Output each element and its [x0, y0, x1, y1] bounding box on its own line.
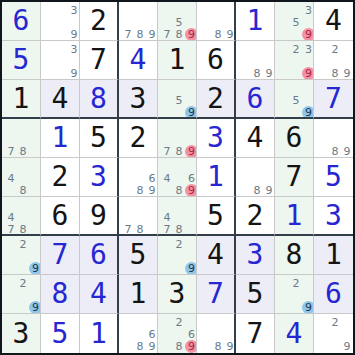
cell-r9c9[interactable]: 29: [314, 314, 353, 353]
candidate-empty: [173, 133, 185, 145]
cell-r2c5[interactable]: 1: [158, 41, 197, 80]
cell-r4c6[interactable]: 3: [197, 119, 236, 158]
cell-r8c8[interactable]: 29: [275, 275, 314, 314]
candidate-empty: [5, 199, 17, 211]
candidate-5[interactable]: 5: [173, 16, 185, 28]
candidate-empty: [17, 302, 29, 314]
cell-r2c1[interactable]: 5: [2, 41, 41, 80]
candidate-grid: 29: [2, 275, 40, 313]
candidate-9[interactable]: 9: [302, 301, 314, 314]
candidate-8[interactable]: 8: [173, 146, 185, 158]
candidate-2[interactable]: 2: [17, 277, 29, 289]
candidate-9[interactable]: 9: [29, 301, 41, 314]
candidate-9[interactable]: 9: [302, 106, 314, 119]
candidate-grid: 89: [197, 314, 234, 353]
candidate-empty: [278, 302, 290, 314]
candidate-empty: [173, 172, 185, 184]
candidate-2[interactable]: 2: [290, 43, 302, 55]
candidate-empty: [200, 4, 212, 16]
cell-r7c4[interactable]: 5: [119, 236, 158, 275]
candidate-9[interactable]: 9: [68, 67, 80, 79]
candidate-empty: [122, 16, 134, 28]
candidate-6[interactable]: 6: [186, 328, 198, 340]
cell-r7c2[interactable]: 7: [41, 236, 80, 275]
candidate-4[interactable]: 4: [161, 172, 173, 184]
solved-digit: 7: [207, 280, 224, 308]
candidate-empty: [185, 199, 197, 211]
candidate-4[interactable]: 4: [161, 211, 173, 223]
candidate-grid: 59: [158, 80, 196, 117]
candidate-8[interactable]: 8: [173, 29, 185, 41]
candidate-9[interactable]: 9: [146, 184, 158, 196]
candidate-empty: [122, 199, 134, 211]
candidate-2[interactable]: 2: [329, 43, 341, 55]
candidate-9[interactable]: 9: [68, 28, 80, 40]
cell-r1c2[interactable]: 39: [41, 2, 80, 41]
given-digit: 8: [286, 241, 303, 269]
cell-r8c3[interactable]: 4: [80, 275, 119, 314]
candidate-grid: 789: [158, 119, 196, 157]
given-digit: 5: [130, 241, 147, 269]
given-digit: 4: [207, 241, 224, 269]
cell-r7c5[interactable]: 29: [158, 236, 197, 275]
candidate-empty: [341, 121, 353, 133]
candidate-9[interactable]: 9: [185, 184, 197, 197]
candidate-grid: 239: [275, 41, 313, 79]
candidate-empty: [122, 172, 134, 184]
candidate-empty: [290, 302, 302, 314]
cell-r4c8[interactable]: 6: [275, 119, 314, 158]
candidate-empty: [17, 250, 29, 262]
cell-r2c9[interactable]: 289: [314, 41, 353, 80]
candidate-8[interactable]: 8: [17, 184, 29, 196]
cell-r8c2[interactable]: 8: [41, 275, 80, 314]
cell-r7c3[interactable]: 6: [80, 236, 119, 275]
candidate-grid: 478: [158, 197, 196, 234]
cell-r6c3[interactable]: 9: [80, 197, 119, 236]
solved-digit: 7: [52, 241, 69, 269]
candidate-7[interactable]: 7: [161, 29, 173, 41]
candidate-empty: [278, 82, 290, 94]
candidate-7[interactable]: 7: [5, 223, 17, 235]
candidate-empty: [29, 223, 41, 235]
candidate-2[interactable]: 2: [290, 277, 302, 289]
candidate-5[interactable]: 5: [290, 16, 302, 28]
candidate-grid: 39: [41, 2, 79, 40]
candidate-empty: [29, 145, 41, 157]
cell-r4c4[interactable]: 2: [119, 119, 158, 158]
candidate-empty: [290, 82, 302, 94]
candidate-empty: [317, 67, 329, 79]
candidate-empty: [44, 16, 56, 28]
given-digit: 1: [169, 46, 186, 74]
candidate-empty: [200, 16, 212, 28]
cell-r5c1[interactable]: 48: [2, 158, 41, 197]
candidate-empty: [122, 340, 134, 352]
candidate-empty: [317, 43, 329, 55]
sudoku-board: 6392789578989135945397416892392891483592…: [0, 0, 355, 355]
cell-r6c7[interactable]: 2: [236, 197, 275, 236]
cell-r7c8[interactable]: 8: [275, 236, 314, 275]
cell-r1c3[interactable]: 2: [80, 2, 119, 41]
candidate-8[interactable]: 8: [173, 341, 185, 353]
candidate-empty: [17, 121, 29, 133]
candidate-empty: [239, 160, 251, 172]
cell-r6c6[interactable]: 5: [197, 197, 236, 236]
candidate-empty: [161, 238, 173, 250]
candidate-empty: [263, 55, 275, 67]
cell-r9c7[interactable]: 7: [236, 314, 275, 353]
cell-r6c5[interactable]: 478: [158, 197, 197, 236]
candidate-9[interactable]: 9: [185, 28, 197, 41]
cell-r9c2[interactable]: 5: [41, 314, 80, 353]
candidate-empty: [186, 94, 198, 106]
candidate-8[interactable]: 8: [17, 223, 29, 235]
solved-digit: 3: [207, 124, 224, 152]
candidate-empty: [303, 55, 315, 67]
cell-r5c8[interactable]: 7: [275, 158, 314, 197]
candidate-empty: [56, 55, 68, 67]
candidate-empty: [146, 4, 158, 16]
candidate-empty: [17, 211, 29, 223]
candidate-9[interactable]: 9: [341, 340, 353, 352]
candidate-8[interactable]: 8: [212, 340, 224, 352]
cell-r9c8[interactable]: 4: [275, 314, 314, 353]
cell-r2c6[interactable]: 6: [197, 41, 236, 80]
candidate-empty: [200, 328, 212, 340]
candidate-empty: [68, 55, 80, 67]
cell-r8c7[interactable]: 5: [236, 275, 275, 314]
candidate-empty: [17, 160, 29, 172]
cell-r8c5[interactable]: 3: [158, 275, 197, 314]
candidate-2[interactable]: 2: [329, 316, 341, 328]
cell-r5c6[interactable]: 1: [197, 158, 236, 197]
candidate-empty: [5, 277, 17, 289]
candidate-grid: 359: [275, 2, 313, 40]
candidate-5[interactable]: 5: [290, 94, 302, 106]
candidate-8[interactable]: 8: [134, 340, 146, 352]
candidate-9[interactable]: 9: [146, 340, 158, 352]
solved-digit: 3: [325, 202, 342, 230]
cell-r9c5[interactable]: 2689: [158, 314, 197, 353]
candidate-8[interactable]: 8: [173, 185, 185, 197]
given-digit: 6: [286, 124, 303, 152]
candidate-empty: [134, 4, 146, 16]
given-digit: 2: [207, 85, 224, 113]
candidate-9[interactable]: 9: [185, 262, 197, 275]
candidate-empty: [224, 4, 236, 16]
given-digit: 3: [169, 280, 186, 308]
cell-r9c1[interactable]: 3: [2, 314, 41, 353]
candidate-grid: 29: [275, 275, 313, 313]
cell-r8c1[interactable]: 29: [2, 275, 41, 314]
candidate-2[interactable]: 2: [173, 316, 185, 328]
candidate-empty: [56, 43, 68, 55]
cell-r3c1[interactable]: 1: [2, 80, 41, 119]
candidate-empty: [278, 4, 290, 16]
cell-r2c3[interactable]: 7: [80, 41, 119, 80]
solved-digit: 1: [247, 7, 264, 35]
candidate-empty: [303, 82, 315, 94]
solved-digit: 4: [130, 46, 147, 74]
candidate-6[interactable]: 6: [146, 328, 158, 340]
candidate-9[interactable]: 9: [263, 184, 275, 196]
candidate-empty: [134, 172, 146, 184]
candidate-empty: [329, 133, 341, 145]
candidate-5[interactable]: 5: [173, 94, 185, 106]
candidate-empty: [341, 55, 353, 67]
candidate-grid: 789: [119, 2, 157, 40]
candidate-empty: [17, 289, 29, 301]
cell-r4c9[interactable]: 89: [314, 119, 353, 158]
candidate-empty: [329, 55, 341, 67]
cell-r7c1[interactable]: 29: [2, 236, 41, 275]
candidate-9[interactable]: 9: [341, 145, 353, 157]
candidate-9[interactable]: 9: [185, 340, 197, 353]
candidate-empty: [122, 316, 134, 328]
candidate-8[interactable]: 8: [251, 67, 263, 79]
candidate-9[interactable]: 9: [224, 340, 236, 352]
candidate-empty: [186, 160, 198, 172]
given-digit: 2: [247, 202, 264, 230]
given-digit: 3: [130, 85, 147, 113]
candidate-empty: [186, 16, 198, 28]
candidate-8[interactable]: 8: [329, 145, 341, 157]
candidate-empty: [341, 328, 353, 340]
cell-r4c5[interactable]: 789: [158, 119, 197, 158]
cell-r6c1[interactable]: 478: [2, 197, 41, 236]
candidate-empty: [5, 250, 17, 262]
cell-r4c3[interactable]: 5: [80, 119, 119, 158]
cell-r6c9[interactable]: 3: [314, 197, 353, 236]
candidate-8[interactable]: 8: [134, 223, 146, 235]
candidate-3[interactable]: 3: [68, 43, 80, 55]
candidate-grid: 59: [275, 80, 313, 117]
cell-r2c7[interactable]: 89: [236, 41, 275, 80]
cell-r2c8[interactable]: 239: [275, 41, 314, 80]
candidate-grid: 89: [314, 119, 353, 157]
given-digit: 7: [247, 320, 264, 348]
cell-r5c5[interactable]: 4689: [158, 158, 197, 197]
candidate-4[interactable]: 4: [5, 172, 17, 184]
candidate-6[interactable]: 6: [186, 172, 198, 184]
cell-r1c8[interactable]: 359: [275, 2, 314, 41]
candidate-9[interactable]: 9: [302, 28, 314, 41]
candidate-empty: [239, 55, 251, 67]
cell-r1c5[interactable]: 5789: [158, 2, 197, 41]
candidate-empty: [29, 121, 41, 133]
candidate-7[interactable]: 7: [122, 28, 134, 40]
candidate-grid: 89: [197, 2, 234, 40]
candidate-empty: [56, 67, 68, 79]
candidate-empty: [122, 160, 134, 172]
candidate-grid: 39: [41, 41, 79, 79]
candidate-empty: [317, 328, 329, 340]
candidate-6[interactable]: 6: [146, 172, 158, 184]
candidate-empty: [329, 328, 341, 340]
candidate-empty: [134, 16, 146, 28]
candidate-4[interactable]: 4: [5, 211, 17, 223]
cell-r3c5[interactable]: 59: [158, 80, 197, 119]
candidate-empty: [17, 199, 29, 211]
candidate-9[interactable]: 9: [341, 67, 353, 79]
cell-r3c2[interactable]: 4: [41, 80, 80, 119]
candidate-grid: 5789: [158, 2, 196, 40]
cell-r5c4[interactable]: 689: [119, 158, 158, 197]
candidate-empty: [146, 316, 158, 328]
candidate-empty: [146, 199, 158, 211]
candidate-empty: [161, 185, 173, 197]
solved-digit: 4: [90, 280, 107, 308]
cell-r1c4[interactable]: 789: [119, 2, 158, 41]
cell-r3c8[interactable]: 59: [275, 80, 314, 119]
candidate-empty: [5, 238, 17, 250]
cell-r5c9[interactable]: 5: [314, 158, 353, 197]
candidate-9[interactable]: 9: [185, 145, 197, 158]
candidate-3[interactable]: 3: [68, 4, 80, 16]
given-digit: 4: [52, 85, 69, 113]
cell-r4c1[interactable]: 78: [2, 119, 41, 158]
candidate-empty: [290, 4, 302, 16]
candidate-empty: [200, 316, 212, 328]
given-digit: 2: [90, 7, 107, 35]
candidate-empty: [5, 184, 17, 196]
cell-r2c4[interactable]: 4: [119, 41, 158, 80]
candidate-3[interactable]: 3: [303, 43, 315, 55]
candidate-9[interactable]: 9: [263, 67, 275, 79]
cell-r6c2[interactable]: 6: [41, 197, 80, 236]
cell-r5c3[interactable]: 3: [80, 158, 119, 197]
candidate-grid: 29: [2, 236, 40, 274]
candidate-empty: [134, 328, 146, 340]
candidate-9[interactable]: 9: [185, 106, 197, 119]
candidate-empty: [173, 4, 185, 16]
solved-digit: 4: [286, 320, 303, 348]
solved-digit: 5: [52, 320, 69, 348]
candidate-empty: [278, 94, 290, 106]
given-digit: 6: [52, 202, 69, 230]
cell-r1c6[interactable]: 89: [197, 2, 236, 41]
candidate-9[interactable]: 9: [224, 28, 236, 40]
cell-r7c7[interactable]: 3: [236, 236, 275, 275]
candidate-7[interactable]: 7: [161, 223, 173, 235]
candidate-empty: [212, 328, 224, 340]
candidate-empty: [212, 16, 224, 28]
candidate-empty: [173, 211, 185, 223]
given-digit: 2: [130, 124, 147, 152]
cell-r3c4[interactable]: 3: [119, 80, 158, 119]
candidate-grid: 478: [2, 197, 40, 234]
candidate-2[interactable]: 2: [17, 238, 29, 250]
cell-r1c7[interactable]: 1: [236, 2, 275, 41]
candidate-empty: [200, 340, 212, 352]
candidate-empty: [161, 160, 173, 172]
candidate-empty: [161, 121, 173, 133]
candidate-8[interactable]: 8: [134, 28, 146, 40]
solved-digit: 6: [325, 280, 342, 308]
cell-r4c7[interactable]: 4: [236, 119, 275, 158]
candidate-2[interactable]: 2: [173, 238, 185, 250]
cell-r1c1[interactable]: 6: [2, 2, 41, 41]
given-digit: 5: [207, 202, 224, 230]
candidate-empty: [239, 67, 251, 79]
candidate-7[interactable]: 7: [5, 145, 17, 157]
cell-r3c6[interactable]: 2: [197, 80, 236, 119]
cell-r7c6[interactable]: 4: [197, 236, 236, 275]
candidate-8[interactable]: 8: [251, 184, 263, 196]
candidate-8[interactable]: 8: [17, 145, 29, 157]
cell-r8c6[interactable]: 7: [197, 275, 236, 314]
candidate-empty: [212, 4, 224, 16]
cell-r6c8[interactable]: 1: [275, 197, 314, 236]
cell-r3c9[interactable]: 7: [314, 80, 353, 119]
candidate-empty: [56, 28, 68, 40]
cell-r5c2[interactable]: 2: [41, 158, 80, 197]
candidate-empty: [239, 184, 251, 196]
candidate-empty: [146, 16, 158, 28]
candidate-empty: [17, 172, 29, 184]
candidate-empty: [161, 263, 173, 275]
candidate-empty: [278, 43, 290, 55]
candidate-empty: [173, 250, 185, 262]
cell-r9c3[interactable]: 1: [80, 314, 119, 353]
cell-r2c2[interactable]: 39: [41, 41, 80, 80]
cell-r1c9[interactable]: 4: [314, 2, 353, 41]
candidate-empty: [278, 55, 290, 67]
given-digit: 4: [247, 124, 264, 152]
cell-r6c4[interactable]: 78: [119, 197, 158, 236]
given-digit: 7: [286, 163, 303, 191]
cell-r8c4[interactable]: 1: [119, 275, 158, 314]
candidate-empty: [317, 340, 329, 352]
candidate-9[interactable]: 9: [302, 67, 314, 80]
candidate-7[interactable]: 7: [161, 146, 173, 158]
candidate-empty: [278, 68, 290, 80]
solved-digit: 8: [52, 280, 69, 308]
candidate-empty: [200, 28, 212, 40]
candidate-empty: [30, 277, 42, 289]
candidate-empty: [5, 133, 17, 145]
candidate-8[interactable]: 8: [212, 28, 224, 40]
cell-r5c7[interactable]: 89: [236, 158, 275, 197]
candidate-empty: [251, 172, 263, 184]
candidate-empty: [5, 289, 17, 301]
cell-r8c9[interactable]: 6: [314, 275, 353, 314]
cell-r3c3[interactable]: 8: [80, 80, 119, 119]
candidate-empty: [185, 211, 197, 223]
cell-r7c9[interactable]: 1: [314, 236, 353, 275]
solved-digit: 5: [325, 163, 342, 191]
cell-r4c2[interactable]: 1: [41, 119, 80, 158]
candidate-3[interactable]: 3: [303, 4, 315, 16]
candidate-empty: [161, 341, 173, 353]
cell-r3c7[interactable]: 6: [236, 80, 275, 119]
candidate-empty: [186, 82, 198, 94]
cell-r9c6[interactable]: 89: [197, 314, 236, 353]
candidate-8[interactable]: 8: [173, 223, 185, 235]
candidate-9[interactable]: 9: [29, 262, 41, 275]
candidate-empty: [278, 29, 290, 41]
candidate-8[interactable]: 8: [134, 184, 146, 196]
candidate-7[interactable]: 7: [122, 223, 134, 235]
cell-r9c4[interactable]: 689: [119, 314, 158, 353]
candidate-8[interactable]: 8: [329, 67, 341, 79]
candidate-empty: [173, 199, 185, 211]
solved-digit: 6: [13, 7, 30, 35]
candidate-9[interactable]: 9: [146, 28, 158, 40]
given-digit: 5: [90, 124, 107, 152]
candidate-empty: [29, 133, 41, 145]
